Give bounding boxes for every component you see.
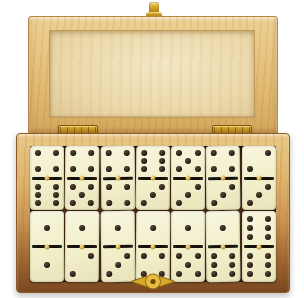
pip [176,200,182,206]
pip [212,200,218,206]
domino-tile-1-2[interactable] [65,211,100,282]
pip [247,225,253,231]
domino-box-photo [0,0,304,298]
pip [89,150,95,156]
domino-half-bottom-5 [65,179,100,210]
pip [124,183,130,189]
pip [141,158,147,164]
pip [230,166,236,172]
pip [221,192,227,198]
domino-half-bottom-6 [206,248,241,282]
pip [211,262,217,268]
pip [159,253,165,259]
pip [195,253,201,259]
pip [265,216,271,222]
pip [89,167,95,173]
pip [124,253,130,259]
pip [265,150,271,156]
pip [212,271,218,277]
pip [141,166,147,172]
pip [53,192,59,198]
pip [185,225,191,231]
domino-half-top-1 [65,211,100,245]
pip [159,167,165,173]
domino-tile-4-6[interactable] [30,146,64,210]
pip [176,150,182,156]
pip [265,271,271,277]
pip [150,192,156,198]
pip [230,271,236,277]
domino-tile-6-3[interactable] [136,146,171,210]
pip [88,200,94,206]
pip [159,150,165,156]
domino-row-1 [30,146,276,210]
pip [35,184,41,190]
domino-half-top-1 [30,211,64,245]
domino-tile-1-1[interactable] [30,211,64,282]
pip [185,262,191,268]
domino-half-bottom-1 [30,248,64,282]
domino-tile-4-3[interactable] [206,146,241,210]
pip [53,184,59,190]
domino-tile-5-3[interactable] [171,146,205,210]
pip [115,262,121,268]
pip [114,225,120,231]
domino-half-bottom-4 [101,179,136,210]
pip [247,166,253,172]
domino-half-top-1 [100,211,135,245]
pip [79,192,85,198]
pip [35,166,41,172]
pip [195,166,201,172]
box-lid[interactable] [28,16,278,136]
pip [70,200,76,206]
pip [80,225,86,231]
pip [230,150,236,156]
pip [176,253,182,259]
pip [265,184,271,190]
pip [185,192,191,198]
pip [89,184,95,190]
pip [220,225,226,231]
domino-half-top-1 [136,211,171,245]
domino-half-top-4 [30,146,64,177]
domino-tile-1-6[interactable] [206,211,241,282]
pip [53,150,59,156]
domino-half-top-5 [171,146,205,177]
pip [106,200,112,206]
pip [159,158,165,164]
pip [141,150,147,156]
domino-tile-4-5[interactable] [65,146,100,210]
pip [185,158,191,164]
pip [211,150,217,156]
pip [141,253,147,259]
domino-tile-2-3[interactable] [242,146,276,210]
domino-half-bottom-3 [242,180,276,211]
domino-half-bottom-3 [206,179,241,210]
pip [70,183,76,189]
domino-half-bottom-6 [242,248,276,282]
pip [230,253,236,259]
pip [70,166,76,172]
domino-half-bottom-3 [136,179,171,210]
domino-half-top-4 [65,146,100,177]
pip [159,184,165,190]
pip [124,166,130,172]
pip [247,234,253,240]
domino-half-bottom-3 [171,180,205,211]
domino-half-top-2 [242,146,276,177]
pip [195,184,201,190]
pip [53,166,59,172]
pip [105,167,111,173]
domino-half-top-4 [100,146,135,177]
pip [35,200,41,206]
pip [150,225,156,231]
pip [44,225,50,231]
pip [211,253,217,259]
pip [247,271,253,277]
pip [230,262,236,268]
pip [256,192,262,198]
pip [247,262,253,268]
pip [176,166,182,172]
domino-half-top-6 [242,211,276,245]
pip [124,200,130,206]
pip [140,200,146,206]
pip [106,271,112,277]
pip [44,262,50,268]
domino-half-top-1 [206,211,241,245]
pip [35,192,41,198]
domino-half-top-4 [206,146,241,177]
pip [35,150,41,156]
pip [124,150,130,156]
pip [265,253,271,259]
domino-half-top-1 [171,211,205,245]
pip [265,234,271,240]
pip [105,150,111,156]
pip [105,184,111,190]
box-base [16,133,290,293]
domino-tray [30,146,276,282]
pip [247,200,253,206]
domino-half-bottom-2 [65,248,100,282]
pip [53,200,59,206]
domino-tile-6-6[interactable] [242,211,276,282]
pip [211,167,217,173]
pip [247,216,253,222]
domino-half-top-6 [136,146,171,177]
domino-half-bottom-6 [30,180,64,211]
lid-inner-panel [49,30,255,118]
pip [89,253,95,259]
pip [247,253,253,259]
pip [195,271,201,277]
front-ornament-icon[interactable] [128,272,178,291]
pip [265,225,271,231]
pip [195,150,201,156]
pip [70,150,76,156]
pip [265,262,271,268]
pip [230,183,236,189]
pip [70,271,76,277]
domino-tile-4-4[interactable] [100,146,135,210]
